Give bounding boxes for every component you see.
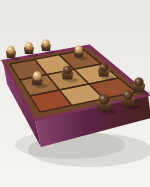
tic-tac-toe-scene (0, 0, 150, 187)
board-photo (0, 0, 150, 187)
